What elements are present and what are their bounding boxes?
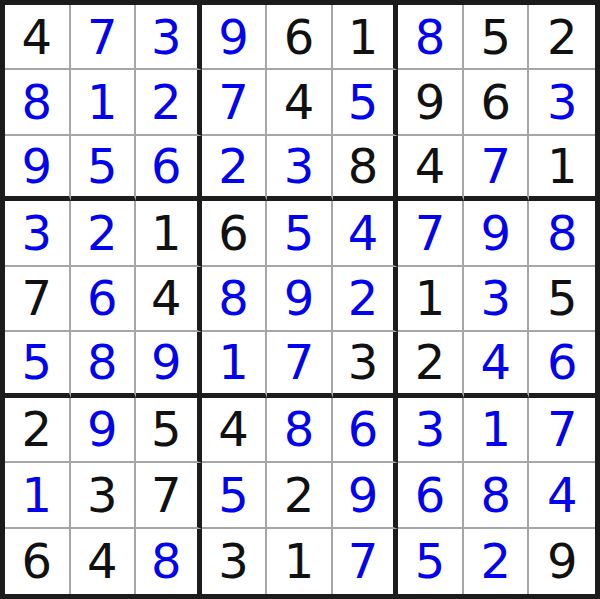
cell-digit: 5: [284, 209, 315, 257]
cell-digit: 6: [480, 78, 511, 126]
cell-digit: 6: [151, 142, 182, 190]
cell-digit: 3: [284, 142, 315, 190]
sudoku-cell-r6c5[interactable]: 7: [267, 332, 333, 397]
sudoku-cell-r4c4[interactable]: 6: [202, 201, 268, 266]
sudoku-cell-r8c5[interactable]: 2: [267, 463, 333, 528]
cell-digit: 9: [22, 142, 53, 190]
sudoku-cell-r7c4[interactable]: 4: [202, 398, 268, 463]
cell-digit: 8: [480, 471, 511, 519]
sudoku-cell-r1c4[interactable]: 9: [202, 5, 268, 70]
cell-digit: 6: [415, 471, 446, 519]
sudoku-cell-r2c9[interactable]: 3: [529, 70, 595, 135]
sudoku-cell-r9c3[interactable]: 8: [136, 529, 202, 594]
sudoku-cell-r4c5[interactable]: 5: [267, 201, 333, 266]
sudoku-cell-r2c4[interactable]: 7: [202, 70, 268, 135]
sudoku-cell-r2c6[interactable]: 5: [333, 70, 399, 135]
cell-digit: 2: [218, 142, 249, 190]
cell-digit: 2: [284, 471, 315, 519]
sudoku-cell-r6c3[interactable]: 9: [136, 332, 202, 397]
sudoku-cell-r3c6[interactable]: 8: [333, 136, 399, 201]
sudoku-cell-r2c1[interactable]: 8: [5, 70, 71, 135]
sudoku-cell-r4c2[interactable]: 2: [71, 201, 137, 266]
cell-digit: 9: [151, 338, 182, 386]
cell-digit: 4: [348, 209, 379, 257]
sudoku-cell-r9c6[interactable]: 7: [333, 529, 399, 594]
cell-digit: 8: [348, 142, 379, 190]
cell-digit: 4: [151, 274, 182, 322]
cell-digit: 6: [218, 209, 249, 257]
cell-digit: 8: [22, 78, 53, 126]
cell-digit: 6: [87, 274, 118, 322]
sudoku-cell-r7c7[interactable]: 3: [398, 398, 464, 463]
cell-digit: 8: [218, 274, 249, 322]
sudoku-cell-r6c4[interactable]: 1: [202, 332, 268, 397]
sudoku-cell-r9c9[interactable]: 9: [529, 529, 595, 594]
cell-digit: 5: [547, 274, 578, 322]
cell-digit: 9: [415, 78, 446, 126]
cell-digit: 1: [151, 209, 182, 257]
cell-digit: 4: [284, 78, 315, 126]
cell-digit: 2: [87, 209, 118, 257]
sudoku-cell-r1c8[interactable]: 5: [464, 5, 530, 70]
cell-digit: 8: [547, 209, 578, 257]
cell-digit: 3: [415, 405, 446, 453]
sudoku-cell-r6c9[interactable]: 6: [529, 332, 595, 397]
sudoku-cell-r2c3[interactable]: 2: [136, 70, 202, 135]
sudoku-cell-r4c7[interactable]: 7: [398, 201, 464, 266]
cell-digit: 7: [284, 338, 315, 386]
sudoku-cell-r6c6[interactable]: 3: [333, 332, 399, 397]
cell-digit: 7: [218, 78, 249, 126]
sudoku-cell-r4c3[interactable]: 1: [136, 201, 202, 266]
sudoku-cell-r5c7[interactable]: 1: [398, 267, 464, 332]
cell-digit: 2: [415, 338, 446, 386]
cell-digit: 3: [22, 209, 53, 257]
cell-digit: 9: [480, 209, 511, 257]
cell-digit: 4: [547, 471, 578, 519]
cell-digit: 9: [87, 405, 118, 453]
sudoku-cell-r8c8[interactable]: 8: [464, 463, 530, 528]
sudoku-cell-r9c5[interactable]: 1: [267, 529, 333, 594]
sudoku-cell-r3c9[interactable]: 1: [529, 136, 595, 201]
cell-digit: 7: [22, 274, 53, 322]
cell-digit: 8: [151, 537, 182, 585]
cell-digit: 3: [87, 471, 118, 519]
sudoku-cell-r1c5[interactable]: 6: [267, 5, 333, 70]
sudoku-cell-r6c7[interactable]: 2: [398, 332, 464, 397]
sudoku-cell-r5c6[interactable]: 2: [333, 267, 399, 332]
sudoku-cell-r1c2[interactable]: 7: [71, 5, 137, 70]
cell-digit: 5: [22, 338, 53, 386]
cell-digit: 8: [284, 405, 315, 453]
cell-digit: 4: [480, 338, 511, 386]
sudoku-cell-r3c4[interactable]: 2: [202, 136, 268, 201]
cell-digit: 2: [480, 537, 511, 585]
sudoku-cell-r2c5[interactable]: 4: [267, 70, 333, 135]
cell-digit: 1: [547, 142, 578, 190]
sudoku-cell-r8c9[interactable]: 4: [529, 463, 595, 528]
cell-digit: 5: [480, 13, 511, 61]
cell-digit: 2: [22, 405, 53, 453]
cell-digit: 1: [348, 13, 379, 61]
cell-digit: 2: [348, 274, 379, 322]
sudoku-cell-r3c7[interactable]: 4: [398, 136, 464, 201]
cell-digit: 6: [22, 537, 53, 585]
sudoku-cell-r8c4[interactable]: 5: [202, 463, 268, 528]
cell-digit: 2: [547, 13, 578, 61]
cell-digit: 1: [218, 338, 249, 386]
cell-digit: 4: [22, 13, 53, 61]
cell-digit: 1: [87, 78, 118, 126]
cell-digit: 4: [87, 537, 118, 585]
sudoku-cell-r3c1[interactable]: 9: [5, 136, 71, 201]
sudoku-cell-r7c6[interactable]: 6: [333, 398, 399, 463]
cell-digit: 7: [415, 209, 446, 257]
cell-digit: 4: [218, 405, 249, 453]
sudoku-cell-r1c9[interactable]: 2: [529, 5, 595, 70]
sudoku-cell-r7c9[interactable]: 7: [529, 398, 595, 463]
cell-digit: 9: [284, 274, 315, 322]
sudoku-cell-r5c8[interactable]: 3: [464, 267, 530, 332]
sudoku-cell-r9c8[interactable]: 2: [464, 529, 530, 594]
sudoku-cell-r5c3[interactable]: 4: [136, 267, 202, 332]
sudoku-cell-r2c2[interactable]: 1: [71, 70, 137, 135]
cell-digit: 7: [480, 142, 511, 190]
cell-digit: 1: [480, 405, 511, 453]
sudoku-cell-r6c8[interactable]: 4: [464, 332, 530, 397]
cell-digit: 6: [547, 338, 578, 386]
sudoku-cell-r7c5[interactable]: 8: [267, 398, 333, 463]
sudoku-cell-r4c1[interactable]: 3: [5, 201, 71, 266]
cell-digit: 5: [348, 78, 379, 126]
sudoku-cell-r8c1[interactable]: 1: [5, 463, 71, 528]
cell-digit: 5: [415, 537, 446, 585]
sudoku-cell-r6c2[interactable]: 8: [71, 332, 137, 397]
sudoku-cell-r8c7[interactable]: 6: [398, 463, 464, 528]
sudoku-cell-r8c2[interactable]: 3: [71, 463, 137, 528]
sudoku-cell-r3c8[interactable]: 7: [464, 136, 530, 201]
cell-digit: 8: [87, 338, 118, 386]
cell-digit: 5: [151, 405, 182, 453]
cell-digit: 1: [22, 471, 53, 519]
sudoku-page: 4739618528127459639562384713216547987648…: [0, 0, 600, 599]
sudoku-cell-r8c3[interactable]: 7: [136, 463, 202, 528]
cell-digit: 9: [547, 537, 578, 585]
sudoku-cell-r4c6[interactable]: 4: [333, 201, 399, 266]
sudoku-cell-r5c4[interactable]: 8: [202, 267, 268, 332]
sudoku-cell-r9c1[interactable]: 6: [5, 529, 71, 594]
sudoku-cell-r9c4[interactable]: 3: [202, 529, 268, 594]
sudoku-cell-r5c5[interactable]: 9: [267, 267, 333, 332]
cell-digit: 3: [151, 13, 182, 61]
sudoku-cell-r9c2[interactable]: 4: [71, 529, 137, 594]
cell-digit: 2: [151, 78, 182, 126]
cell-digit: 5: [87, 142, 118, 190]
cell-digit: 7: [87, 13, 118, 61]
cell-digit: 4: [415, 142, 446, 190]
sudoku-cell-r5c2[interactable]: 6: [71, 267, 137, 332]
sudoku-cell-r8c6[interactable]: 9: [333, 463, 399, 528]
sudoku-cell-r7c2[interactable]: 9: [71, 398, 137, 463]
sudoku-cell-r7c8[interactable]: 1: [464, 398, 530, 463]
sudoku-cell-r7c1[interactable]: 2: [5, 398, 71, 463]
sudoku-cell-r1c7[interactable]: 8: [398, 5, 464, 70]
sudoku-cell-r7c3[interactable]: 5: [136, 398, 202, 463]
sudoku-cell-r3c5[interactable]: 3: [267, 136, 333, 201]
cell-digit: 9: [348, 471, 379, 519]
sudoku-board: 4739618528127459639562384713216547987648…: [0, 0, 600, 599]
cell-digit: 8: [415, 13, 446, 61]
sudoku-cell-r3c3[interactable]: 6: [136, 136, 202, 201]
cell-digit: 3: [480, 274, 511, 322]
sudoku-cell-r6c1[interactable]: 5: [5, 332, 71, 397]
cell-digit: 6: [348, 405, 379, 453]
cell-digit: 7: [151, 471, 182, 519]
sudoku-cell-r9c7[interactable]: 5: [398, 529, 464, 594]
sudoku-cell-r5c9[interactable]: 5: [529, 267, 595, 332]
cell-digit: 3: [218, 537, 249, 585]
cell-digit: 7: [547, 405, 578, 453]
cell-digit: 3: [547, 78, 578, 126]
cell-digit: 3: [348, 338, 379, 386]
sudoku-cell-r2c8[interactable]: 6: [464, 70, 530, 135]
cell-digit: 1: [415, 274, 446, 322]
sudoku-cell-r4c8[interactable]: 9: [464, 201, 530, 266]
cell-digit: 9: [218, 13, 249, 61]
sudoku-cell-r1c3[interactable]: 3: [136, 5, 202, 70]
cell-digit: 6: [284, 13, 315, 61]
sudoku-cell-r4c9[interactable]: 8: [529, 201, 595, 266]
sudoku-cell-r1c1[interactable]: 4: [5, 5, 71, 70]
sudoku-cell-r5c1[interactable]: 7: [5, 267, 71, 332]
sudoku-cell-r1c6[interactable]: 1: [333, 5, 399, 70]
sudoku-cell-r3c2[interactable]: 5: [71, 136, 137, 201]
sudoku-cell-r2c7[interactable]: 9: [398, 70, 464, 135]
cell-digit: 1: [284, 537, 315, 585]
cell-digit: 7: [348, 537, 379, 585]
cell-digit: 5: [218, 471, 249, 519]
